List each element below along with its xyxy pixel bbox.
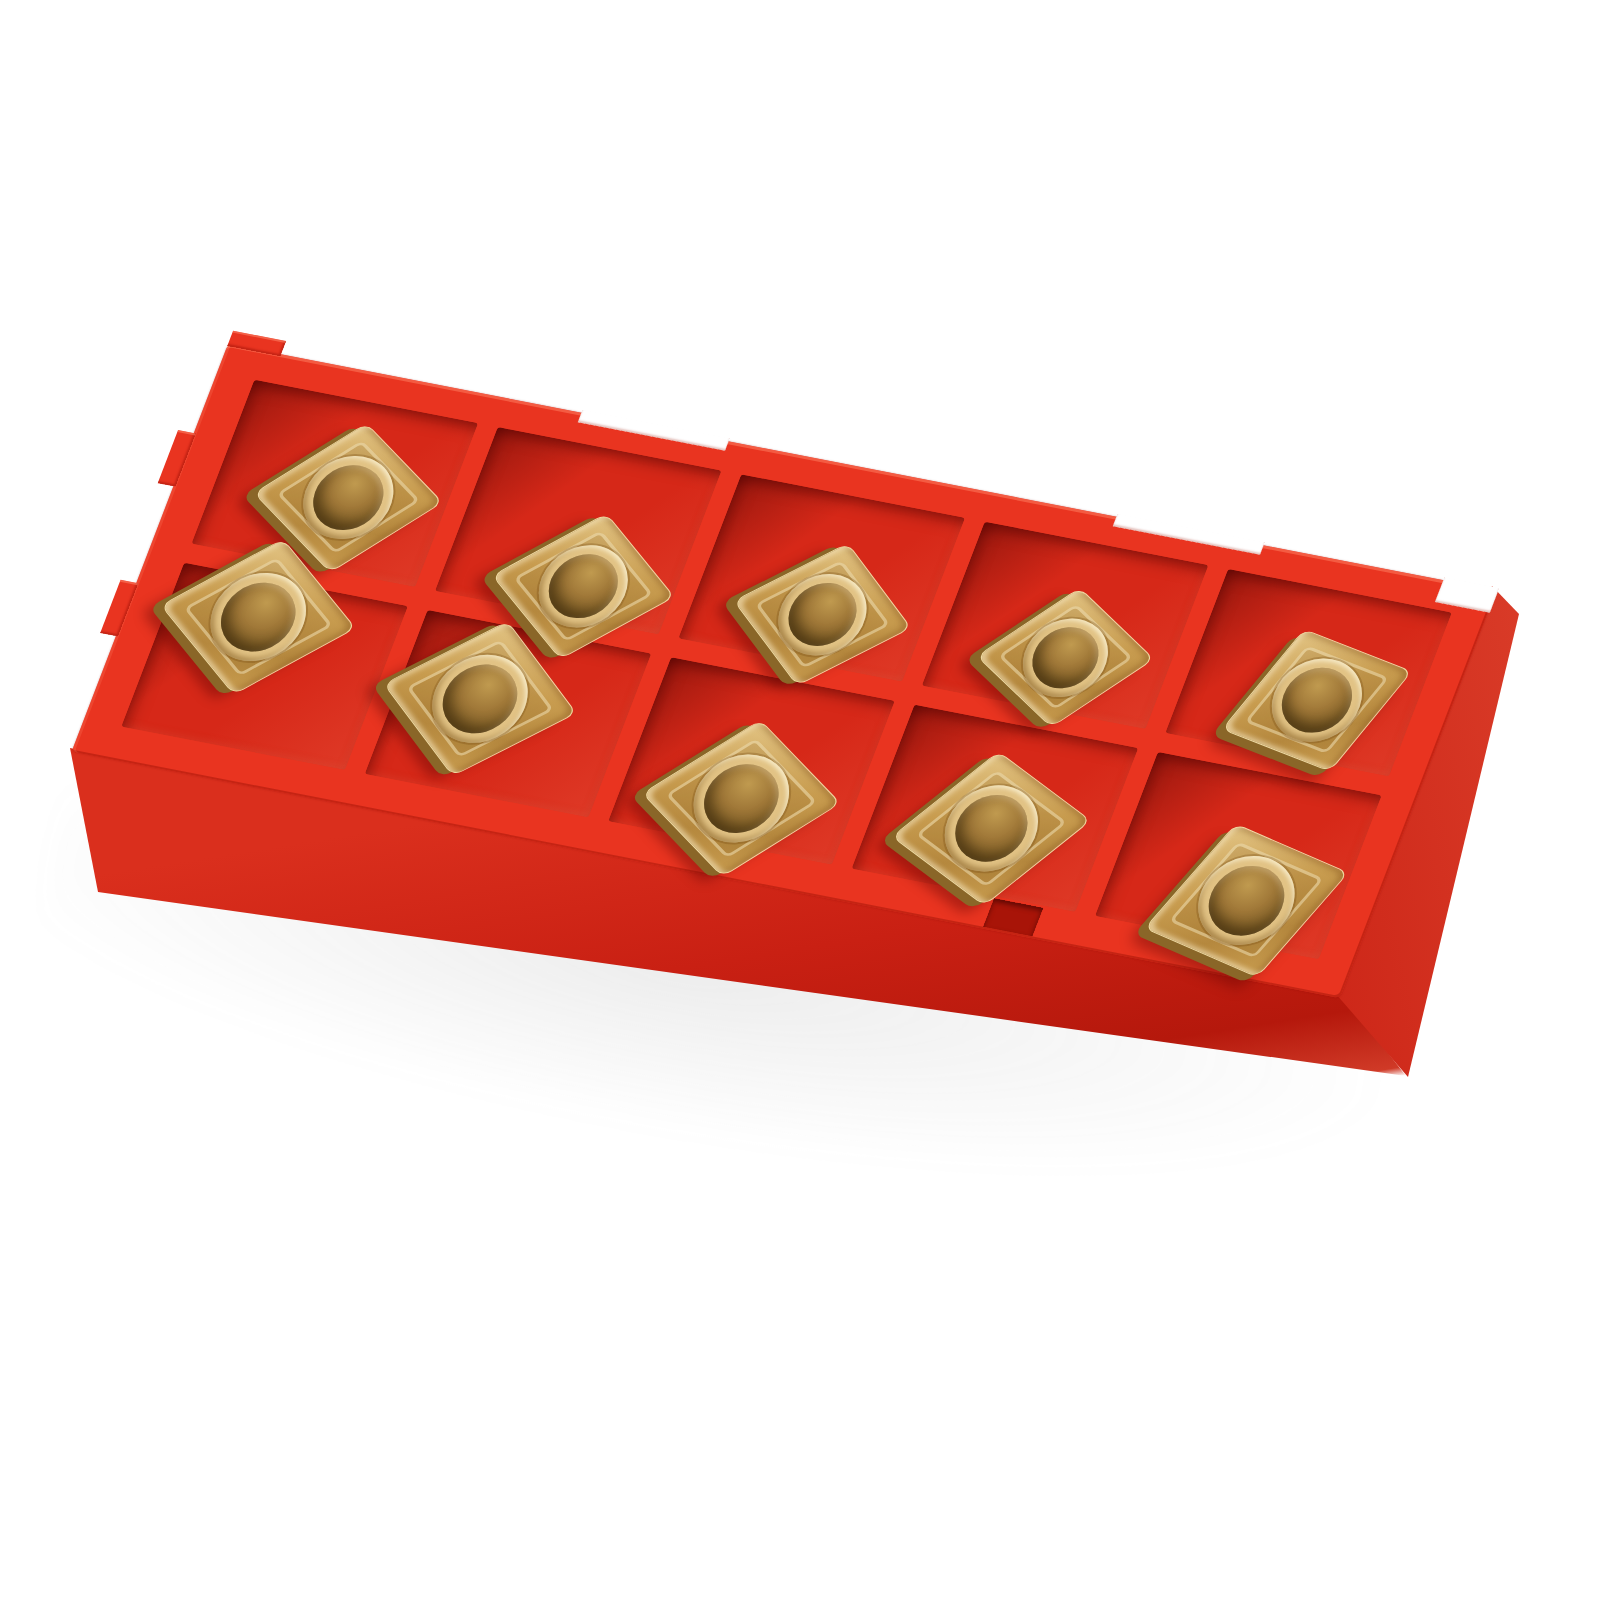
scene — [0, 0, 1601, 1601]
